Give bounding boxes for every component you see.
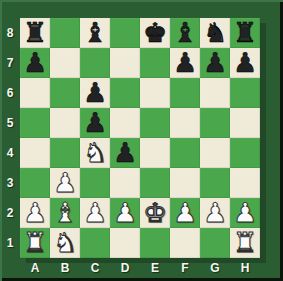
square-a7[interactable]: ♟ [20,48,50,78]
file-label-e: E [140,258,170,277]
square-f7[interactable]: ♟ [170,48,200,78]
white-pawn[interactable]: ♟ [53,169,77,196]
square-a8[interactable]: ♜ [20,18,50,48]
square-d6[interactable] [110,78,140,108]
square-g8[interactable]: ♞ [200,18,230,48]
square-h5[interactable] [230,108,260,138]
rank-label-5: 5 [0,108,20,138]
square-g4[interactable] [200,138,230,168]
square-b6[interactable] [50,78,80,108]
square-a4[interactable] [20,138,50,168]
file-label-c: C [80,258,110,277]
square-e5[interactable] [140,108,170,138]
square-e4[interactable] [140,138,170,168]
chess-board-frame: 87654321 ♜♝♚♝♞♜♟♟♟♟♟♟♞♟♟♟♝♟♟♚♟♟♟♜♞♜ ABCD… [0,0,283,281]
square-d7[interactable] [110,48,140,78]
square-a1[interactable]: ♜ [20,228,50,258]
square-d1[interactable] [110,228,140,258]
square-c5[interactable]: ♟ [80,108,110,138]
square-f1[interactable] [170,228,200,258]
white-pawn[interactable]: ♟ [113,199,137,226]
square-g1[interactable] [200,228,230,258]
black-pawn[interactable]: ♟ [203,49,227,76]
black-pawn[interactable]: ♟ [83,109,107,136]
square-b2[interactable]: ♝ [50,198,80,228]
square-f8[interactable]: ♝ [170,18,200,48]
square-c8[interactable]: ♝ [80,18,110,48]
black-pawn[interactable]: ♟ [173,49,197,76]
square-d4[interactable]: ♟ [110,138,140,168]
file-label-b: B [50,258,80,277]
square-g7[interactable]: ♟ [200,48,230,78]
square-c1[interactable] [80,228,110,258]
black-pawn[interactable]: ♟ [233,49,257,76]
black-rook[interactable]: ♜ [233,19,257,46]
rank-label-1: 1 [0,228,20,258]
square-c4[interactable]: ♞ [80,138,110,168]
square-f2[interactable]: ♟ [170,198,200,228]
square-h7[interactable]: ♟ [230,48,260,78]
square-b8[interactable] [50,18,80,48]
square-f4[interactable] [170,138,200,168]
file-label-d: D [110,258,140,277]
white-pawn[interactable]: ♟ [173,199,197,226]
square-b1[interactable]: ♞ [50,228,80,258]
file-label-g: G [200,258,230,277]
white-pawn[interactable]: ♟ [83,199,107,226]
square-f5[interactable] [170,108,200,138]
file-label-a: A [20,258,50,277]
square-e3[interactable] [140,168,170,198]
file-label-f: F [170,258,200,277]
black-knight[interactable]: ♞ [203,19,227,46]
square-g3[interactable] [200,168,230,198]
black-king[interactable]: ♚ [143,19,167,46]
square-g6[interactable] [200,78,230,108]
black-pawn[interactable]: ♟ [113,139,137,166]
square-a2[interactable]: ♟ [20,198,50,228]
square-e6[interactable] [140,78,170,108]
square-d3[interactable] [110,168,140,198]
chess-board[interactable]: ♜♝♚♝♞♜♟♟♟♟♟♟♞♟♟♟♝♟♟♚♟♟♟♜♞♜ [20,18,260,258]
black-bishop[interactable]: ♝ [173,19,197,46]
square-h1[interactable]: ♜ [230,228,260,258]
white-king[interactable]: ♚ [143,199,167,226]
square-c3[interactable] [80,168,110,198]
square-e1[interactable] [140,228,170,258]
black-bishop[interactable]: ♝ [83,19,107,46]
square-a5[interactable] [20,108,50,138]
white-knight[interactable]: ♞ [53,229,77,256]
white-pawn[interactable]: ♟ [233,199,257,226]
square-e2[interactable]: ♚ [140,198,170,228]
rank-label-7: 7 [0,48,20,78]
square-d8[interactable] [110,18,140,48]
square-c2[interactable]: ♟ [80,198,110,228]
rank-label-8: 8 [0,18,20,48]
white-rook[interactable]: ♜ [233,229,257,256]
square-g2[interactable]: ♟ [200,198,230,228]
white-knight[interactable]: ♞ [83,139,107,166]
square-e7[interactable] [140,48,170,78]
square-d2[interactable]: ♟ [110,198,140,228]
square-h2[interactable]: ♟ [230,198,260,228]
black-rook[interactable]: ♜ [23,19,47,46]
square-a6[interactable] [20,78,50,108]
square-f6[interactable] [170,78,200,108]
square-e8[interactable]: ♚ [140,18,170,48]
square-f3[interactable] [170,168,200,198]
rank-label-6: 6 [0,78,20,108]
black-pawn[interactable]: ♟ [83,79,107,106]
white-pawn[interactable]: ♟ [203,199,227,226]
rank-label-3: 3 [0,168,20,198]
square-b5[interactable] [50,108,80,138]
white-rook[interactable]: ♜ [23,229,47,256]
white-bishop[interactable]: ♝ [53,199,77,226]
file-label-h: H [230,258,260,277]
white-pawn[interactable]: ♟ [23,199,47,226]
black-pawn[interactable]: ♟ [23,49,47,76]
file-labels: ABCDEFGH [20,258,260,277]
rank-labels: 87654321 [0,18,20,258]
square-b3[interactable]: ♟ [50,168,80,198]
square-c6[interactable]: ♟ [80,78,110,108]
square-d5[interactable] [110,108,140,138]
square-a3[interactable] [20,168,50,198]
rank-label-2: 2 [0,198,20,228]
square-h6[interactable] [230,78,260,108]
square-g5[interactable] [200,108,230,138]
square-c7[interactable] [80,48,110,78]
square-h3[interactable] [230,168,260,198]
square-h8[interactable]: ♜ [230,18,260,48]
square-b4[interactable] [50,138,80,168]
rank-label-4: 4 [0,138,20,168]
square-b7[interactable] [50,48,80,78]
square-h4[interactable] [230,138,260,168]
